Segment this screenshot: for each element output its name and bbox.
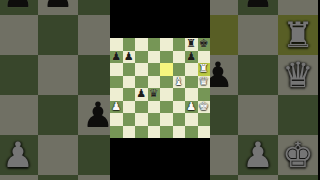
square-b5[interactable]	[123, 76, 136, 89]
square-b2	[38, 175, 78, 180]
square-a7[interactable]: ♟	[110, 51, 123, 64]
white-pawn-g3[interactable]: ♟	[186, 100, 196, 113]
square-f5[interactable]: ♝	[173, 76, 186, 89]
white-pawn-a3[interactable]: ♟	[111, 100, 121, 113]
square-c2[interactable]	[135, 113, 148, 126]
square-g7: ♟	[238, 0, 278, 15]
square-g7[interactable]: ♟	[185, 51, 198, 64]
square-e6[interactable]	[160, 63, 173, 76]
square-f2[interactable]	[173, 113, 186, 126]
square-g4	[238, 95, 278, 135]
square-h7	[278, 0, 318, 15]
square-e7[interactable]	[160, 51, 173, 64]
square-g6[interactable]	[185, 63, 198, 76]
square-h2	[278, 175, 318, 180]
square-a4	[0, 95, 38, 135]
square-b4[interactable]	[123, 88, 136, 101]
square-h2[interactable]	[198, 113, 211, 126]
chess-board: ♜♚♟♟♟♜♝♛♟♛♟♟♚	[110, 38, 210, 138]
square-c6[interactable]	[135, 63, 148, 76]
square-b7: ♟	[38, 0, 78, 15]
black-pawn-b7[interactable]: ♟	[124, 50, 134, 63]
square-f8[interactable]	[173, 38, 186, 51]
square-b6	[38, 15, 78, 55]
square-a2	[0, 175, 38, 180]
black-pawn-g7[interactable]: ♟	[186, 50, 196, 63]
square-d7[interactable]	[148, 51, 161, 64]
square-f7[interactable]	[173, 51, 186, 64]
square-d4[interactable]: ♛	[148, 88, 161, 101]
square-e5[interactable]	[160, 76, 173, 89]
square-a6	[0, 15, 38, 55]
square-a6[interactable]	[110, 63, 123, 76]
square-b3	[38, 135, 78, 175]
square-b6[interactable]	[123, 63, 136, 76]
black-pawn-c4[interactable]: ♟	[136, 88, 146, 101]
square-e8[interactable]	[160, 38, 173, 51]
square-d8[interactable]	[148, 38, 161, 51]
square-c8[interactable]	[135, 38, 148, 51]
square-h6: ♜	[278, 15, 318, 55]
square-d6[interactable]	[148, 63, 161, 76]
square-d2[interactable]	[148, 113, 161, 126]
square-a7: ♟	[0, 0, 38, 15]
square-e2[interactable]	[160, 113, 173, 126]
white-queen-h5: ♛	[282, 55, 313, 95]
square-c1[interactable]	[135, 126, 148, 139]
square-g1[interactable]	[185, 126, 198, 139]
square-c4[interactable]: ♟	[135, 88, 148, 101]
square-g3[interactable]: ♟	[185, 101, 198, 114]
square-f1[interactable]	[173, 126, 186, 139]
square-b1[interactable]	[123, 126, 136, 139]
white-bishop-f5[interactable]: ♝	[174, 75, 184, 88]
white-queen-h5[interactable]: ♛	[199, 75, 209, 88]
square-b3[interactable]	[123, 101, 136, 114]
square-f3[interactable]	[173, 101, 186, 114]
square-a2[interactable]	[110, 113, 123, 126]
square-h3[interactable]: ♚	[198, 101, 211, 114]
vertical-video-strip: ♜♚♟♟♟♜♝♛♟♛♟♟♚	[110, 0, 210, 180]
square-g5	[238, 55, 278, 95]
square-g5[interactable]	[185, 76, 198, 89]
square-e4[interactable]	[160, 88, 173, 101]
square-f4[interactable]	[173, 88, 186, 101]
square-b7[interactable]: ♟	[123, 51, 136, 64]
white-king-h3[interactable]: ♚	[199, 100, 209, 113]
white-king-h3: ♚	[282, 135, 313, 175]
black-pawn-c4: ♟	[82, 95, 113, 135]
square-b4	[38, 95, 78, 135]
black-king-h8[interactable]: ♚	[199, 38, 209, 51]
square-h5[interactable]: ♛	[198, 76, 211, 89]
square-e1[interactable]	[160, 126, 173, 139]
black-pawn-a7: ♟	[2, 0, 33, 15]
square-d1[interactable]	[148, 126, 161, 139]
square-h4	[278, 95, 318, 135]
square-g2[interactable]	[185, 113, 198, 126]
square-c3[interactable]	[135, 101, 148, 114]
white-rook-h6: ♜	[282, 15, 313, 55]
black-pawn-g7: ♟	[242, 0, 273, 15]
square-a3[interactable]: ♟	[110, 101, 123, 114]
square-a1[interactable]	[110, 126, 123, 139]
square-c7[interactable]	[135, 51, 148, 64]
square-a3: ♟	[0, 135, 38, 175]
square-b2[interactable]	[123, 113, 136, 126]
square-b5	[38, 55, 78, 95]
black-pawn-a7[interactable]: ♟	[111, 50, 121, 63]
square-h3: ♚	[278, 135, 318, 175]
square-a5[interactable]	[110, 76, 123, 89]
black-pawn-b7: ♟	[42, 0, 73, 15]
square-e3[interactable]	[160, 101, 173, 114]
square-d3[interactable]	[148, 101, 161, 114]
square-h8[interactable]: ♚	[198, 38, 211, 51]
black-queen-d4[interactable]: ♛	[149, 88, 159, 101]
video-frame: ♟♟♟♜♟♛♟♟♟♚ ♜♚♟♟♟♜♝♛♟♛♟♟♚	[0, 0, 320, 180]
square-g2	[238, 175, 278, 180]
white-pawn-g3: ♟	[242, 135, 273, 175]
square-g3: ♟	[238, 135, 278, 175]
square-h1[interactable]	[198, 126, 211, 139]
square-h5: ♛	[278, 55, 318, 95]
square-g6	[238, 15, 278, 55]
white-pawn-a3: ♟	[2, 135, 33, 175]
square-a5	[0, 55, 38, 95]
